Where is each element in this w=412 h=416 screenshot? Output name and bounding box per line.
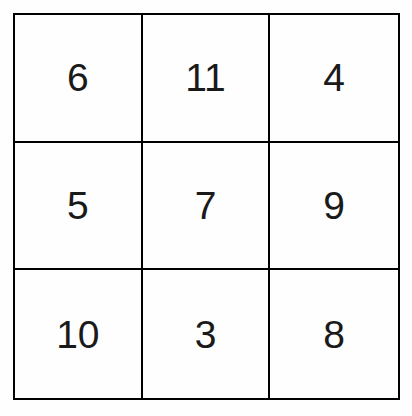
cell-r3c3: 8	[270, 270, 398, 398]
cell-r1c2: 11	[143, 15, 271, 143]
cell-r1c3: 4	[270, 15, 398, 143]
cell-r3c2: 3	[143, 270, 271, 398]
cell-r2c1: 5	[15, 143, 143, 271]
cell-r3c1: 10	[15, 270, 143, 398]
cell-r2c3: 9	[270, 143, 398, 271]
cell-r1c1: 6	[15, 15, 143, 143]
cell-r2c2: 7	[143, 143, 271, 271]
magic-square-board: 6 11 4 5 7 9 10 3 8	[13, 13, 400, 400]
